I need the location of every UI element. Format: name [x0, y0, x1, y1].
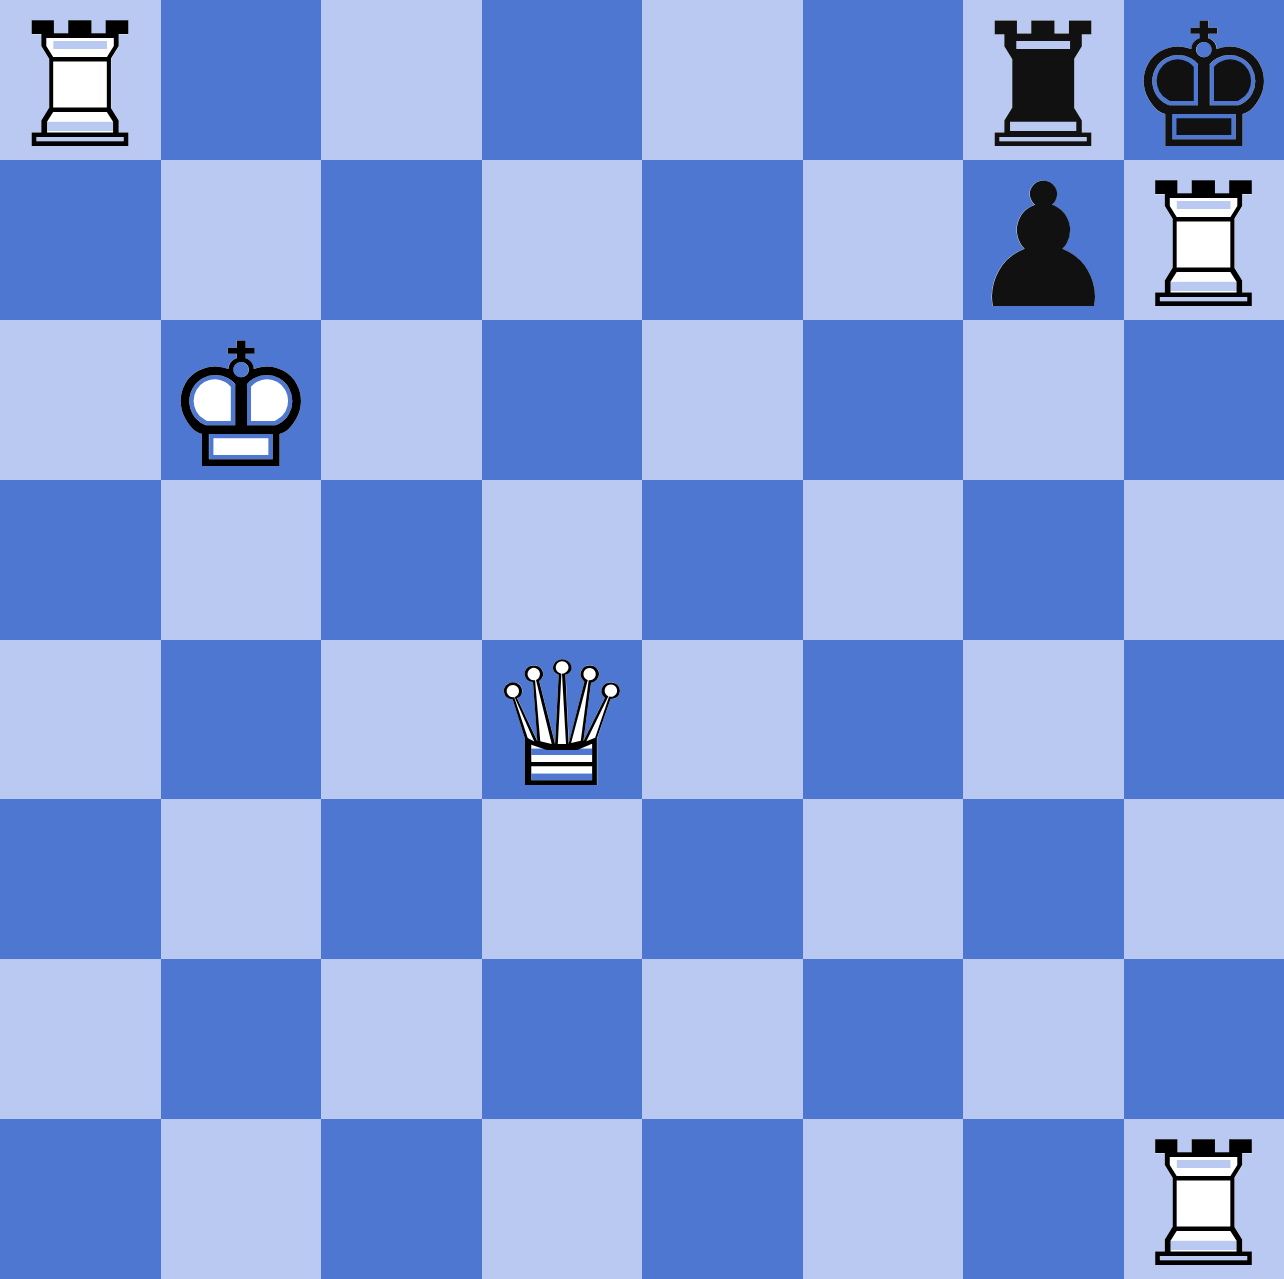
white-king[interactable]: ♚♔ [161, 320, 322, 480]
square-b3[interactable] [161, 799, 322, 959]
square-a3[interactable] [0, 799, 161, 959]
square-f1[interactable] [803, 1119, 964, 1279]
square-b6[interactable]: ♚♔ [161, 320, 322, 480]
square-c3[interactable] [321, 799, 482, 959]
square-e5[interactable] [642, 480, 803, 640]
white-rook[interactable]: ♜♖ [0, 0, 161, 160]
square-d6[interactable] [482, 320, 643, 480]
piece-overlay-glyph: ♖ [1124, 167, 1284, 327]
square-a8[interactable]: ♜♖ [0, 0, 161, 160]
square-a2[interactable] [0, 959, 161, 1119]
square-e6[interactable] [642, 320, 803, 480]
black-rook[interactable]: ♖♜ [963, 0, 1124, 160]
piece-underlay-glyph: ♜ [1124, 167, 1284, 327]
square-f6[interactable] [803, 320, 964, 480]
square-c4[interactable] [321, 640, 482, 800]
square-d2[interactable] [482, 959, 643, 1119]
square-f5[interactable] [803, 480, 964, 640]
square-g7[interactable]: ♙♟ [963, 160, 1124, 320]
square-d4[interactable]: ♛♕ [482, 640, 643, 800]
white-rook[interactable]: ♜♖ [1124, 1119, 1284, 1279]
square-f8[interactable] [803, 0, 964, 160]
square-a1[interactable] [0, 1119, 161, 1279]
square-a4[interactable] [0, 640, 161, 800]
square-c6[interactable] [321, 320, 482, 480]
square-f7[interactable] [803, 160, 964, 320]
square-b2[interactable] [161, 959, 322, 1119]
square-b4[interactable] [161, 640, 322, 800]
square-a7[interactable] [0, 160, 161, 320]
square-e1[interactable] [642, 1119, 803, 1279]
square-h6[interactable] [1124, 320, 1284, 480]
square-f2[interactable] [803, 959, 964, 1119]
square-c7[interactable] [321, 160, 482, 320]
square-d5[interactable] [482, 480, 643, 640]
square-g6[interactable] [963, 320, 1124, 480]
piece-overlay-glyph: ♖ [1124, 1126, 1284, 1279]
square-b1[interactable] [161, 1119, 322, 1279]
white-rook[interactable]: ♜♖ [1124, 160, 1284, 320]
piece-overlay-glyph: ♖ [0, 7, 161, 167]
piece-overlay-glyph: ♕ [482, 647, 643, 807]
chess-app: ♜♖♖♜♔♚♙♟♜♖♚♔♛♕♜♖ [0, 0, 1284, 1279]
square-b5[interactable] [161, 480, 322, 640]
square-f3[interactable] [803, 799, 964, 959]
square-e4[interactable] [642, 640, 803, 800]
square-h2[interactable] [1124, 959, 1284, 1119]
piece-underlay-glyph: ♙ [963, 167, 1124, 327]
square-g8[interactable]: ♖♜ [963, 0, 1124, 160]
piece-underlay-glyph: ♔ [1124, 7, 1284, 167]
square-e2[interactable] [642, 959, 803, 1119]
piece-underlay-glyph: ♖ [963, 7, 1124, 167]
square-c5[interactable] [321, 480, 482, 640]
piece-overlay-glyph: ♔ [161, 327, 322, 487]
square-d3[interactable] [482, 799, 643, 959]
piece-underlay-glyph: ♛ [482, 647, 643, 807]
piece-underlay-glyph: ♚ [161, 327, 322, 487]
white-queen[interactable]: ♛♕ [482, 640, 643, 800]
black-pawn[interactable]: ♙♟ [963, 160, 1124, 320]
square-e7[interactable] [642, 160, 803, 320]
square-e3[interactable] [642, 799, 803, 959]
piece-underlay-glyph: ♜ [0, 7, 161, 167]
square-g1[interactable] [963, 1119, 1124, 1279]
square-d1[interactable] [482, 1119, 643, 1279]
square-g2[interactable] [963, 959, 1124, 1119]
piece-overlay-glyph: ♟ [963, 167, 1124, 327]
square-h8[interactable]: ♔♚ [1124, 0, 1284, 160]
square-b8[interactable] [161, 0, 322, 160]
chess-board: ♜♖♖♜♔♚♙♟♜♖♚♔♛♕♜♖ [0, 0, 1284, 1279]
square-a6[interactable] [0, 320, 161, 480]
square-c8[interactable] [321, 0, 482, 160]
square-f4[interactable] [803, 640, 964, 800]
square-d7[interactable] [482, 160, 643, 320]
square-h3[interactable] [1124, 799, 1284, 959]
black-king[interactable]: ♔♚ [1124, 0, 1284, 160]
square-b7[interactable] [161, 160, 322, 320]
square-h4[interactable] [1124, 640, 1284, 800]
piece-overlay-glyph: ♜ [963, 7, 1124, 167]
square-h5[interactable] [1124, 480, 1284, 640]
piece-overlay-glyph: ♚ [1124, 7, 1284, 167]
square-a5[interactable] [0, 480, 161, 640]
square-g3[interactable] [963, 799, 1124, 959]
square-e8[interactable] [642, 0, 803, 160]
square-g4[interactable] [963, 640, 1124, 800]
square-c2[interactable] [321, 959, 482, 1119]
square-c1[interactable] [321, 1119, 482, 1279]
square-d8[interactable] [482, 0, 643, 160]
square-h7[interactable]: ♜♖ [1124, 160, 1284, 320]
square-g5[interactable] [963, 480, 1124, 640]
square-h1[interactable]: ♜♖ [1124, 1119, 1284, 1279]
piece-underlay-glyph: ♜ [1124, 1126, 1284, 1279]
